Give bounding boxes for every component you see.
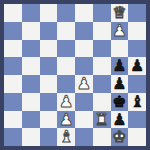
- square-c4[interactable]: [40, 75, 58, 93]
- white-king-g1[interactable]: ♚: [112, 128, 126, 146]
- square-f3[interactable]: [93, 93, 111, 111]
- square-a5[interactable]: [4, 57, 22, 75]
- square-e7[interactable]: [75, 22, 93, 40]
- square-f2[interactable]: ♜: [93, 111, 111, 129]
- square-b1[interactable]: [22, 128, 40, 146]
- square-b8[interactable]: [22, 4, 40, 22]
- square-h1[interactable]: [128, 128, 146, 146]
- black-bishop-h3[interactable]: ♝: [130, 93, 144, 111]
- square-e4[interactable]: ♟: [75, 75, 93, 93]
- square-a7[interactable]: [4, 22, 22, 40]
- white-pawn-d2[interactable]: ♟: [59, 111, 73, 129]
- square-f7[interactable]: [93, 22, 111, 40]
- square-e3[interactable]: [75, 93, 93, 111]
- chess-board-frame: ♛♟♟♟♟♟♟♚♝♟♜♟♝♚: [0, 0, 150, 150]
- square-h5[interactable]: ♟: [128, 57, 146, 75]
- white-pawn-e4[interactable]: ♟: [77, 75, 91, 93]
- black-pawn-h5[interactable]: ♟: [130, 57, 144, 75]
- white-rook-f2[interactable]: ♜: [94, 111, 108, 129]
- square-f4[interactable]: [93, 75, 111, 93]
- square-f8[interactable]: [93, 4, 111, 22]
- white-bishop-d1[interactable]: ♝: [59, 128, 73, 146]
- square-c8[interactable]: [40, 4, 58, 22]
- square-f5[interactable]: [93, 57, 111, 75]
- square-c7[interactable]: [40, 22, 58, 40]
- square-g4[interactable]: ♟: [111, 75, 129, 93]
- black-king-g3[interactable]: ♚: [112, 93, 126, 111]
- square-a3[interactable]: [4, 93, 22, 111]
- square-a6[interactable]: [4, 40, 22, 58]
- square-h8[interactable]: [128, 4, 146, 22]
- square-a2[interactable]: [4, 111, 22, 129]
- white-pawn-g7[interactable]: ♟: [112, 22, 126, 40]
- square-e5[interactable]: [75, 57, 93, 75]
- square-g1[interactable]: ♚: [111, 128, 129, 146]
- square-h2[interactable]: [128, 111, 146, 129]
- square-a1[interactable]: [4, 128, 22, 146]
- white-pawn-d3[interactable]: ♟: [59, 93, 73, 111]
- square-d4[interactable]: [57, 75, 75, 93]
- square-c2[interactable]: [40, 111, 58, 129]
- black-pawn-g2[interactable]: ♟: [112, 111, 126, 129]
- square-b6[interactable]: [22, 40, 40, 58]
- square-b7[interactable]: [22, 22, 40, 40]
- square-c1[interactable]: [40, 128, 58, 146]
- square-c5[interactable]: [40, 57, 58, 75]
- square-a8[interactable]: [4, 4, 22, 22]
- square-d2[interactable]: ♟: [57, 111, 75, 129]
- square-b5[interactable]: [22, 57, 40, 75]
- square-h6[interactable]: [128, 40, 146, 58]
- square-c3[interactable]: [40, 93, 58, 111]
- white-queen-g8[interactable]: ♛: [112, 4, 126, 22]
- square-e2[interactable]: [75, 111, 93, 129]
- square-h4[interactable]: [128, 75, 146, 93]
- square-e8[interactable]: [75, 4, 93, 22]
- black-pawn-g5[interactable]: ♟: [112, 57, 126, 75]
- square-h3[interactable]: ♝: [128, 93, 146, 111]
- square-b4[interactable]: [22, 75, 40, 93]
- square-e1[interactable]: [75, 128, 93, 146]
- square-g3[interactable]: ♚: [111, 93, 129, 111]
- chess-board: ♛♟♟♟♟♟♟♚♝♟♜♟♝♚: [4, 4, 146, 146]
- square-f6[interactable]: [93, 40, 111, 58]
- square-g8[interactable]: ♛: [111, 4, 129, 22]
- square-b3[interactable]: [22, 93, 40, 111]
- square-a4[interactable]: [4, 75, 22, 93]
- square-c6[interactable]: [40, 40, 58, 58]
- black-pawn-g4[interactable]: ♟: [112, 75, 126, 93]
- square-d7[interactable]: [57, 22, 75, 40]
- square-d6[interactable]: [57, 40, 75, 58]
- square-h7[interactable]: [128, 22, 146, 40]
- square-d1[interactable]: ♝: [57, 128, 75, 146]
- square-d5[interactable]: [57, 57, 75, 75]
- square-g7[interactable]: ♟: [111, 22, 129, 40]
- square-e6[interactable]: [75, 40, 93, 58]
- square-f1[interactable]: [93, 128, 111, 146]
- square-b2[interactable]: [22, 111, 40, 129]
- square-d3[interactable]: ♟: [57, 93, 75, 111]
- square-d8[interactable]: [57, 4, 75, 22]
- square-g5[interactable]: ♟: [111, 57, 129, 75]
- square-g6[interactable]: [111, 40, 129, 58]
- square-g2[interactable]: ♟: [111, 111, 129, 129]
